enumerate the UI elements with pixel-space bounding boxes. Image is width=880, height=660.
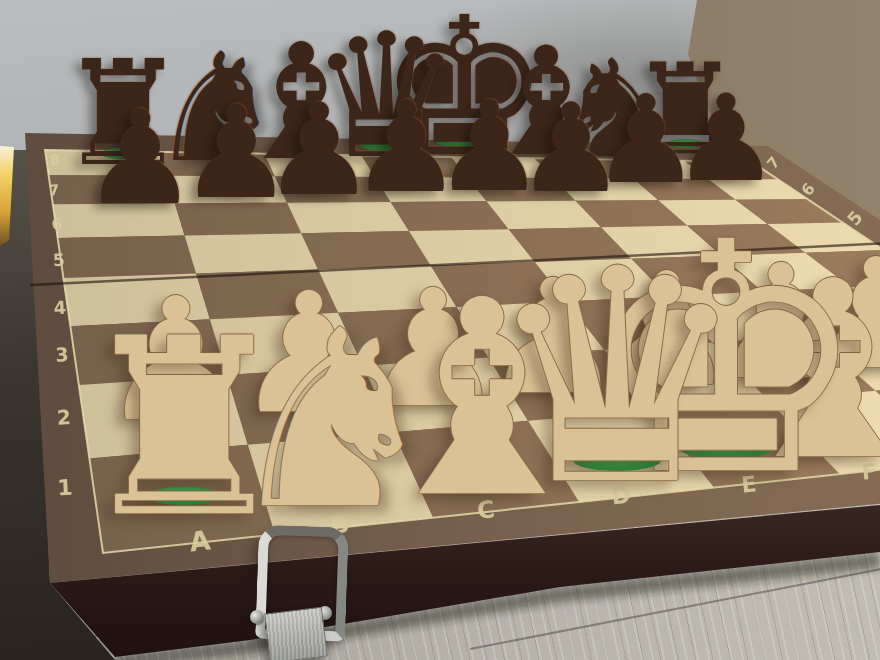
square-a3 [70, 319, 226, 385]
rank-label-left-7: 7 [48, 181, 59, 200]
square-a8 [45, 150, 167, 176]
file-label-F: F [861, 459, 878, 484]
square-c5 [301, 231, 430, 269]
chess-board: ABCDEF87654321765 [0, 0, 880, 660]
clasp-screw-icon [250, 610, 264, 624]
square-d8 [361, 155, 467, 177]
square-b3 [210, 313, 363, 375]
rank-label-left-4: 4 [53, 297, 67, 319]
square-a7 [49, 175, 175, 204]
square-b8 [159, 152, 275, 176]
file-label-A: A [188, 524, 212, 557]
square-c7 [275, 176, 391, 202]
square-a2 [79, 375, 248, 458]
square-c8 [264, 154, 375, 177]
square-b7 [167, 176, 288, 204]
clasp-plate [264, 607, 328, 660]
rank-label-left-1: 1 [57, 475, 74, 501]
square-b5 [185, 233, 318, 273]
square-b6 [175, 203, 301, 236]
rank-label-left-8: 8 [50, 152, 61, 168]
metal-clasp [250, 524, 340, 660]
square-c6 [287, 202, 409, 233]
rank-label-left-3: 3 [55, 343, 69, 366]
square-a6 [53, 203, 185, 238]
square-d7 [375, 177, 487, 202]
rank-label-left-2: 2 [56, 405, 71, 430]
rank-label-left-6: 6 [51, 214, 63, 234]
chess-set-photo: ABCDEF87654321765 ♚♝♜♛♞♝♞♜♟♟♟♟♟♟♟♟♟♟♟♟♟♟… [0, 0, 880, 660]
file-label-D: D [610, 482, 632, 510]
rank-label-left-5: 5 [53, 250, 66, 271]
file-label-C: C [476, 495, 496, 525]
file-label-E: E [740, 471, 758, 497]
square-a5 [58, 236, 196, 279]
